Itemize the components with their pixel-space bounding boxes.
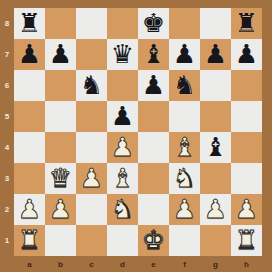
square-b4[interactable]: [45, 132, 76, 163]
square-b5[interactable]: [45, 101, 76, 132]
piece-black-pawn[interactable]: ♟: [111, 101, 134, 132]
square-h5[interactable]: [231, 101, 262, 132]
square-g6[interactable]: [200, 70, 231, 101]
file-label-h: h: [231, 256, 262, 272]
file-label-c: c: [76, 256, 107, 272]
piece-black-pawn[interactable]: ♟: [173, 39, 196, 70]
square-b2[interactable]: ♟: [45, 194, 76, 225]
square-e4[interactable]: [138, 132, 169, 163]
square-f6[interactable]: ♞: [169, 70, 200, 101]
file-label-g: g: [200, 256, 231, 272]
piece-white-king[interactable]: ♚: [142, 225, 165, 256]
piece-white-pawn[interactable]: ♟: [111, 132, 134, 163]
square-c3[interactable]: ♟: [76, 163, 107, 194]
piece-black-bishop[interactable]: ♝: [142, 39, 165, 70]
piece-black-knight[interactable]: ♞: [80, 70, 103, 101]
piece-white-rook[interactable]: ♜: [18, 225, 41, 256]
square-f5[interactable]: [169, 101, 200, 132]
piece-white-pawn[interactable]: ♟: [18, 194, 41, 225]
square-f4[interactable]: ♝: [169, 132, 200, 163]
square-b7[interactable]: ♟: [45, 39, 76, 70]
rank-label-5: 5: [0, 101, 14, 132]
square-f2[interactable]: ♟: [169, 194, 200, 225]
square-c5[interactable]: [76, 101, 107, 132]
square-c8[interactable]: [76, 8, 107, 39]
rank-label-1: 1: [0, 225, 14, 256]
file-label-a: a: [14, 256, 45, 272]
square-h6[interactable]: [231, 70, 262, 101]
square-c4[interactable]: [76, 132, 107, 163]
piece-black-knight[interactable]: ♞: [173, 70, 196, 101]
square-d7[interactable]: ♛: [107, 39, 138, 70]
rank-label-4: 4: [0, 132, 14, 163]
square-f8[interactable]: [169, 8, 200, 39]
piece-white-pawn[interactable]: ♟: [49, 194, 72, 225]
square-c6[interactable]: ♞: [76, 70, 107, 101]
chess-board-frame: ♜♚♜♟♟♛♝♟♟♟♞♟♞♟♟♝♝♛♟♝♞♟♟♞♟♟♟♜♚♜ 87654321 …: [0, 0, 272, 272]
square-d2[interactable]: ♞: [107, 194, 138, 225]
square-h7[interactable]: ♟: [231, 39, 262, 70]
piece-black-pawn[interactable]: ♟: [18, 39, 41, 70]
piece-black-pawn[interactable]: ♟: [235, 39, 258, 70]
square-d3[interactable]: ♝: [107, 163, 138, 194]
square-d8[interactable]: [107, 8, 138, 39]
piece-black-pawn[interactable]: ♟: [204, 39, 227, 70]
square-c1[interactable]: [76, 225, 107, 256]
piece-white-bishop[interactable]: ♝: [111, 163, 134, 194]
square-c7[interactable]: [76, 39, 107, 70]
piece-black-rook[interactable]: ♜: [235, 8, 258, 39]
square-e6[interactable]: ♟: [138, 70, 169, 101]
square-a5[interactable]: [14, 101, 45, 132]
piece-white-pawn[interactable]: ♟: [173, 194, 196, 225]
file-label-e: e: [138, 256, 169, 272]
square-f1[interactable]: [169, 225, 200, 256]
square-f7[interactable]: ♟: [169, 39, 200, 70]
square-a3[interactable]: [14, 163, 45, 194]
square-g1[interactable]: [200, 225, 231, 256]
piece-white-knight[interactable]: ♞: [111, 194, 134, 225]
rank-label-6: 6: [0, 70, 14, 101]
chess-board: ♜♚♜♟♟♛♝♟♟♟♞♟♞♟♟♝♝♛♟♝♞♟♟♞♟♟♟♜♚♜: [14, 8, 262, 256]
square-a2[interactable]: ♟: [14, 194, 45, 225]
square-d6[interactable]: [107, 70, 138, 101]
square-e5[interactable]: [138, 101, 169, 132]
square-g3[interactable]: [200, 163, 231, 194]
square-e8[interactable]: ♚: [138, 8, 169, 39]
piece-white-knight[interactable]: ♞: [173, 163, 196, 194]
square-e7[interactable]: ♝: [138, 39, 169, 70]
piece-black-queen[interactable]: ♛: [111, 39, 134, 70]
square-d4[interactable]: ♟: [107, 132, 138, 163]
piece-black-pawn[interactable]: ♟: [142, 70, 165, 101]
square-e2[interactable]: [138, 194, 169, 225]
piece-white-queen[interactable]: ♛: [49, 163, 72, 194]
square-a7[interactable]: ♟: [14, 39, 45, 70]
file-label-f: f: [169, 256, 200, 272]
square-c2[interactable]: [76, 194, 107, 225]
square-a1[interactable]: ♜: [14, 225, 45, 256]
square-g8[interactable]: [200, 8, 231, 39]
rank-label-7: 7: [0, 39, 14, 70]
square-d1[interactable]: [107, 225, 138, 256]
square-g2[interactable]: ♟: [200, 194, 231, 225]
square-a6[interactable]: [14, 70, 45, 101]
file-label-b: b: [45, 256, 76, 272]
square-b8[interactable]: [45, 8, 76, 39]
square-a8[interactable]: ♜: [14, 8, 45, 39]
square-f3[interactable]: ♞: [169, 163, 200, 194]
piece-white-pawn[interactable]: ♟: [80, 163, 103, 194]
square-h2[interactable]: ♟: [231, 194, 262, 225]
square-h1[interactable]: ♜: [231, 225, 262, 256]
square-b6[interactable]: [45, 70, 76, 101]
square-b1[interactable]: [45, 225, 76, 256]
piece-white-bishop[interactable]: ♝: [173, 132, 196, 163]
rank-label-8: 8: [0, 8, 14, 39]
piece-white-pawn[interactable]: ♟: [204, 194, 227, 225]
piece-black-bishop[interactable]: ♝: [204, 132, 227, 163]
square-a4[interactable]: [14, 132, 45, 163]
piece-black-pawn[interactable]: ♟: [49, 39, 72, 70]
square-h4[interactable]: [231, 132, 262, 163]
piece-black-king[interactable]: ♚: [142, 8, 165, 39]
piece-black-rook[interactable]: ♜: [18, 8, 41, 39]
rank-label-3: 3: [0, 163, 14, 194]
square-g4[interactable]: ♝: [200, 132, 231, 163]
square-h8[interactable]: ♜: [231, 8, 262, 39]
piece-white-rook[interactable]: ♜: [235, 225, 258, 256]
square-e3[interactable]: [138, 163, 169, 194]
square-g7[interactable]: ♟: [200, 39, 231, 70]
square-h3[interactable]: [231, 163, 262, 194]
square-g5[interactable]: [200, 101, 231, 132]
rank-label-2: 2: [0, 194, 14, 225]
file-label-d: d: [107, 256, 138, 272]
piece-white-pawn[interactable]: ♟: [235, 194, 258, 225]
square-d5[interactable]: ♟: [107, 101, 138, 132]
square-e1[interactable]: ♚: [138, 225, 169, 256]
square-b3[interactable]: ♛: [45, 163, 76, 194]
